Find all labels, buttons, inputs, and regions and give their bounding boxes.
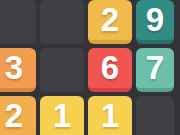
game-screen: 29367211: [0, 0, 180, 135]
tile-9[interactable]: 9: [136, 0, 174, 44]
tile-6[interactable]: 6: [88, 48, 132, 92]
empty-cell: [0, 0, 36, 44]
puzzle-board: 29367211: [0, 0, 174, 135]
tile-2[interactable]: 2: [0, 96, 36, 135]
tile-3[interactable]: 3: [0, 48, 36, 92]
tile-1[interactable]: 1: [40, 96, 84, 135]
empty-cell: [136, 96, 174, 135]
empty-cell: [40, 0, 84, 44]
tile-2[interactable]: 2: [88, 0, 132, 44]
empty-cell: [40, 48, 84, 92]
tile-1[interactable]: 1: [88, 96, 132, 135]
tile-7[interactable]: 7: [136, 48, 174, 92]
